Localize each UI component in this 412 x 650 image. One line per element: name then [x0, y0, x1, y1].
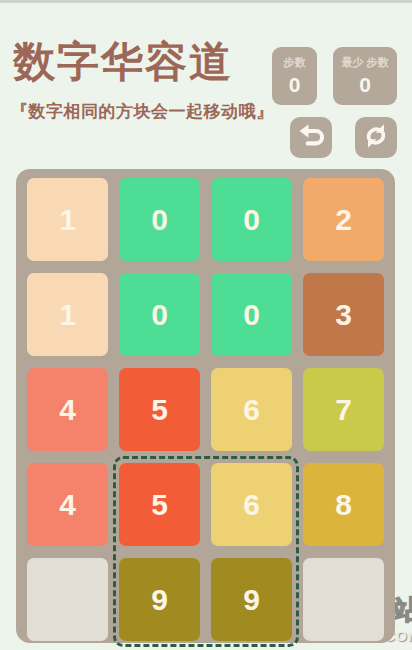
- tile-2[interactable]: 2: [303, 178, 384, 261]
- tile-1[interactable]: 1: [27, 178, 108, 261]
- tile-9[interactable]: 9: [119, 558, 200, 641]
- empty-cell: [27, 558, 108, 641]
- min-moves-label: 最少 步数: [341, 55, 388, 70]
- tile-6[interactable]: 6: [211, 368, 292, 451]
- moves-value: 0: [289, 73, 301, 97]
- min-moves-counter: 最少 步数 0: [333, 47, 397, 105]
- tile-0[interactable]: 0: [119, 273, 200, 356]
- puzzle-board: 100210034567456899: [16, 169, 395, 643]
- refresh-icon: [361, 121, 391, 154]
- tile-3[interactable]: 3: [303, 273, 384, 356]
- top-divider: [0, 0, 412, 3]
- tile-5[interactable]: 5: [119, 463, 200, 546]
- moves-counter: 步数 0: [272, 47, 317, 105]
- tile-1[interactable]: 1: [27, 273, 108, 356]
- tile-6[interactable]: 6: [211, 463, 292, 546]
- min-moves-value: 0: [359, 73, 371, 97]
- tile-9[interactable]: 9: [211, 558, 292, 641]
- tile-5[interactable]: 5: [119, 368, 200, 451]
- refresh-button[interactable]: [355, 117, 397, 158]
- moves-label: 步数: [284, 55, 306, 70]
- tile-0[interactable]: 0: [211, 178, 292, 261]
- tile-0[interactable]: 0: [119, 178, 200, 261]
- hint-text: 『数字相同的方块会一起移动哦』: [11, 100, 274, 123]
- undo-button[interactable]: [290, 117, 332, 158]
- tile-4[interactable]: 4: [27, 368, 108, 451]
- empty-cell: [303, 558, 384, 641]
- page-title: 数字华容道: [13, 34, 233, 90]
- tile-8[interactable]: 8: [303, 463, 384, 546]
- undo-icon: [296, 122, 326, 153]
- tile-4[interactable]: 4: [27, 463, 108, 546]
- tile-7[interactable]: 7: [303, 368, 384, 451]
- tile-0[interactable]: 0: [211, 273, 292, 356]
